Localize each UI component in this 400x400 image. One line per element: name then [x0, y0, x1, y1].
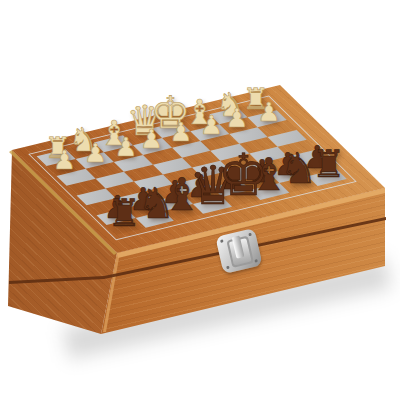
product-photo-chess-box: ♜♞♝♛♚♝♞♜♟♟♟♟♟♟♟♟♟♟♟♟♟♟♟♟♜♞♝♛♚♝♞♜	[0, 0, 400, 400]
